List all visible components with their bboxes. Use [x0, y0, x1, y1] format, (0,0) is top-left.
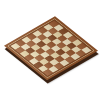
playing-field: [11, 21, 92, 76]
photo-background: [0, 0, 100, 100]
chess-board: [4, 16, 98, 80]
